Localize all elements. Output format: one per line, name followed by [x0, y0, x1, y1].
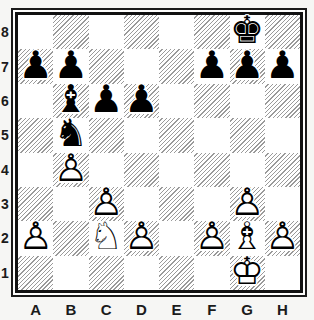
piece-black-pawn-f7: ♟♟ — [194, 49, 229, 83]
square-b2[interactable] — [53, 221, 88, 255]
board: ♚♚♟♟♟♟♟♟♟♟♟♟♝♝♟♟♟♟♞♞♟♙♟♙♟♙♟♙♞♘♟♙♟♙♝♗♟♙♚♔ — [18, 15, 300, 290]
square-e3[interactable] — [159, 187, 194, 221]
square-f7[interactable]: ♟♟ — [194, 49, 229, 83]
square-e6[interactable] — [159, 84, 194, 118]
white-pawn-glyph: ♙ — [54, 149, 88, 187]
square-d1[interactable] — [124, 256, 159, 290]
black-pawn-glyph: ♟ — [265, 46, 299, 84]
white-king-glyph: ♔ — [230, 252, 264, 290]
square-b1[interactable] — [53, 256, 88, 290]
piece-white-king-g1: ♚♔ — [230, 256, 265, 290]
rank-label-4: 4 — [0, 153, 10, 187]
white-pawn-glyph: ♙ — [19, 218, 53, 256]
square-d4[interactable] — [124, 153, 159, 187]
square-a5[interactable] — [18, 118, 53, 152]
square-c6[interactable]: ♟♟ — [89, 84, 124, 118]
square-a6[interactable] — [18, 84, 53, 118]
square-b3[interactable] — [53, 187, 88, 221]
file-label-h: H — [265, 300, 300, 318]
square-c1[interactable] — [89, 256, 124, 290]
square-d5[interactable] — [124, 118, 159, 152]
square-e8[interactable] — [159, 15, 194, 49]
file-label-e: E — [159, 300, 194, 318]
black-pawn-glyph: ♟ — [124, 80, 158, 118]
square-g7[interactable]: ♟♟ — [230, 49, 265, 83]
file-label-d: D — [124, 300, 159, 318]
rank-label-7: 7 — [0, 49, 10, 83]
file-label-f: F — [194, 300, 229, 318]
piece-white-pawn-h2: ♟♙ — [265, 221, 300, 255]
white-pawn-glyph: ♙ — [124, 218, 158, 256]
piece-black-pawn-h7: ♟♟ — [265, 49, 300, 83]
rank-label-2: 2 — [0, 221, 10, 255]
square-g1[interactable]: ♚♔ — [230, 256, 265, 290]
piece-white-knight-c2: ♞♘ — [89, 221, 124, 255]
black-pawn-glyph: ♟ — [89, 80, 123, 118]
square-e1[interactable] — [159, 256, 194, 290]
rank-label-6: 6 — [0, 84, 10, 118]
rank-label-5: 5 — [0, 118, 10, 152]
square-f6[interactable] — [194, 84, 229, 118]
board-frame: ♚♚♟♟♟♟♟♟♟♟♟♟♝♝♟♟♟♟♞♞♟♙♟♙♟♙♟♙♞♘♟♙♟♙♝♗♟♙♚♔ — [11, 8, 307, 297]
square-b4[interactable]: ♟♙ — [53, 153, 88, 187]
piece-white-pawn-d2: ♟♙ — [124, 221, 159, 255]
square-h6[interactable] — [265, 84, 300, 118]
square-c8[interactable] — [89, 15, 124, 49]
black-pawn-glyph: ♟ — [19, 46, 53, 84]
chess-diagram: 87654321 ♚♚♟♟♟♟♟♟♟♟♟♟♝♝♟♟♟♟♞♞♟♙♟♙♟♙♟♙♞♘♟… — [0, 0, 314, 320]
square-e5[interactable] — [159, 118, 194, 152]
white-pawn-glyph: ♙ — [195, 218, 229, 256]
square-h7[interactable]: ♟♟ — [265, 49, 300, 83]
black-pawn-glyph: ♟ — [195, 46, 229, 84]
board-border: ♚♚♟♟♟♟♟♟♟♟♟♟♝♝♟♟♟♟♞♞♟♙♟♙♟♙♟♙♞♘♟♙♟♙♝♗♟♙♚♔ — [15, 12, 303, 293]
square-d2[interactable]: ♟♙ — [124, 221, 159, 255]
square-f2[interactable]: ♟♙ — [194, 221, 229, 255]
file-labels: ABCDEFGH — [18, 300, 300, 318]
piece-black-pawn-a7: ♟♟ — [18, 49, 53, 83]
piece-black-pawn-c6: ♟♟ — [89, 84, 124, 118]
square-e4[interactable] — [159, 153, 194, 187]
square-a1[interactable] — [18, 256, 53, 290]
rank-label-3: 3 — [0, 187, 10, 221]
square-f4[interactable] — [194, 153, 229, 187]
file-label-a: A — [18, 300, 53, 318]
square-a4[interactable] — [18, 153, 53, 187]
square-e2[interactable] — [159, 221, 194, 255]
piece-white-pawn-b4: ♟♙ — [53, 153, 88, 187]
square-c2[interactable]: ♞♘ — [89, 221, 124, 255]
square-a2[interactable]: ♟♙ — [18, 221, 53, 255]
square-h5[interactable] — [265, 118, 300, 152]
piece-black-pawn-g7: ♟♟ — [230, 49, 265, 83]
square-c5[interactable] — [89, 118, 124, 152]
rank-label-1: 1 — [0, 256, 10, 290]
square-d8[interactable] — [124, 15, 159, 49]
square-h4[interactable] — [265, 153, 300, 187]
square-h2[interactable]: ♟♙ — [265, 221, 300, 255]
square-g6[interactable] — [230, 84, 265, 118]
file-label-c: C — [89, 300, 124, 318]
square-h1[interactable] — [265, 256, 300, 290]
file-label-g: G — [230, 300, 265, 318]
square-g5[interactable] — [230, 118, 265, 152]
white-knight-glyph: ♘ — [89, 218, 123, 256]
piece-black-pawn-d6: ♟♟ — [124, 84, 159, 118]
square-f1[interactable] — [194, 256, 229, 290]
piece-white-pawn-a2: ♟♙ — [18, 221, 53, 255]
square-e7[interactable] — [159, 49, 194, 83]
square-a7[interactable]: ♟♟ — [18, 49, 53, 83]
square-d6[interactable]: ♟♟ — [124, 84, 159, 118]
black-pawn-glyph: ♟ — [230, 46, 264, 84]
file-label-b: B — [53, 300, 88, 318]
piece-white-pawn-f2: ♟♙ — [194, 221, 229, 255]
rank-label-8: 8 — [0, 15, 10, 49]
square-f5[interactable] — [194, 118, 229, 152]
white-pawn-glyph: ♙ — [265, 218, 299, 256]
rank-labels: 87654321 — [0, 15, 10, 290]
